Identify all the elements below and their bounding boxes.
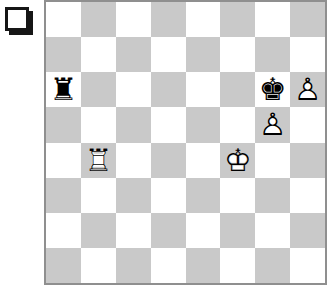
- square-e8[interactable]: [186, 2, 221, 37]
- square-h4[interactable]: [290, 143, 325, 178]
- square-b2[interactable]: [81, 213, 116, 248]
- square-c4[interactable]: [116, 143, 151, 178]
- square-a2[interactable]: [46, 213, 81, 248]
- square-a3[interactable]: [46, 178, 81, 213]
- piece-white-pawn-h6[interactable]: ♙: [290, 72, 325, 107]
- square-g8[interactable]: [255, 2, 290, 37]
- square-f1[interactable]: [220, 248, 255, 283]
- square-h3[interactable]: [290, 178, 325, 213]
- square-f8[interactable]: [220, 2, 255, 37]
- square-f3[interactable]: [220, 178, 255, 213]
- square-d6[interactable]: [151, 72, 186, 107]
- square-a5[interactable]: [46, 107, 81, 142]
- chess-board: ♜♚♟♙♟♙♜♖♚♔: [44, 0, 327, 285]
- square-c3[interactable]: [116, 178, 151, 213]
- square-d1[interactable]: [151, 248, 186, 283]
- square-e3[interactable]: [186, 178, 221, 213]
- square-b1[interactable]: [81, 248, 116, 283]
- square-h7[interactable]: [290, 37, 325, 72]
- square-f6[interactable]: [220, 72, 255, 107]
- square-g6[interactable]: ♚: [255, 72, 290, 107]
- square-c1[interactable]: [116, 248, 151, 283]
- piece-white-rook-b4[interactable]: ♖: [81, 143, 116, 178]
- piece-white-king-f4[interactable]: ♔: [220, 143, 255, 178]
- square-g2[interactable]: [255, 213, 290, 248]
- square-c8[interactable]: [116, 2, 151, 37]
- chess-diagram: ♜♚♟♙♟♙♜♖♚♔: [0, 0, 328, 285]
- square-c6[interactable]: [116, 72, 151, 107]
- square-e7[interactable]: [186, 37, 221, 72]
- square-e2[interactable]: [186, 213, 221, 248]
- square-b3[interactable]: [81, 178, 116, 213]
- square-f5[interactable]: [220, 107, 255, 142]
- square-d8[interactable]: [151, 2, 186, 37]
- square-f7[interactable]: [220, 37, 255, 72]
- square-h6[interactable]: ♟♙: [290, 72, 325, 107]
- square-h1[interactable]: [290, 248, 325, 283]
- square-a1[interactable]: [46, 248, 81, 283]
- square-h5[interactable]: [290, 107, 325, 142]
- piece-black-rook-a6[interactable]: ♜: [46, 72, 81, 107]
- square-b7[interactable]: [81, 37, 116, 72]
- square-d4[interactable]: [151, 143, 186, 178]
- square-h8[interactable]: [290, 2, 325, 37]
- square-c2[interactable]: [116, 213, 151, 248]
- square-e6[interactable]: [186, 72, 221, 107]
- square-a6[interactable]: ♜: [46, 72, 81, 107]
- square-a8[interactable]: [46, 2, 81, 37]
- square-e1[interactable]: [186, 248, 221, 283]
- square-d7[interactable]: [151, 37, 186, 72]
- square-b5[interactable]: [81, 107, 116, 142]
- square-b8[interactable]: [81, 2, 116, 37]
- square-a7[interactable]: [46, 37, 81, 72]
- square-g3[interactable]: [255, 178, 290, 213]
- square-b4[interactable]: ♜♖: [81, 143, 116, 178]
- square-a4[interactable]: [46, 143, 81, 178]
- square-b6[interactable]: [81, 72, 116, 107]
- square-e5[interactable]: [186, 107, 221, 142]
- square-d5[interactable]: [151, 107, 186, 142]
- square-d2[interactable]: [151, 213, 186, 248]
- piece-black-king-g6[interactable]: ♚: [255, 72, 290, 107]
- piece-white-pawn-g5[interactable]: ♙: [255, 107, 290, 142]
- square-g1[interactable]: [255, 248, 290, 283]
- square-g7[interactable]: [255, 37, 290, 72]
- square-f4[interactable]: ♚♔: [220, 143, 255, 178]
- square-e4[interactable]: [186, 143, 221, 178]
- square-g4[interactable]: [255, 143, 290, 178]
- square-f2[interactable]: [220, 213, 255, 248]
- square-c7[interactable]: [116, 37, 151, 72]
- white-to-move-indicator-icon: [5, 7, 29, 31]
- square-d3[interactable]: [151, 178, 186, 213]
- square-h2[interactable]: [290, 213, 325, 248]
- square-c5[interactable]: [116, 107, 151, 142]
- square-g5[interactable]: ♟♙: [255, 107, 290, 142]
